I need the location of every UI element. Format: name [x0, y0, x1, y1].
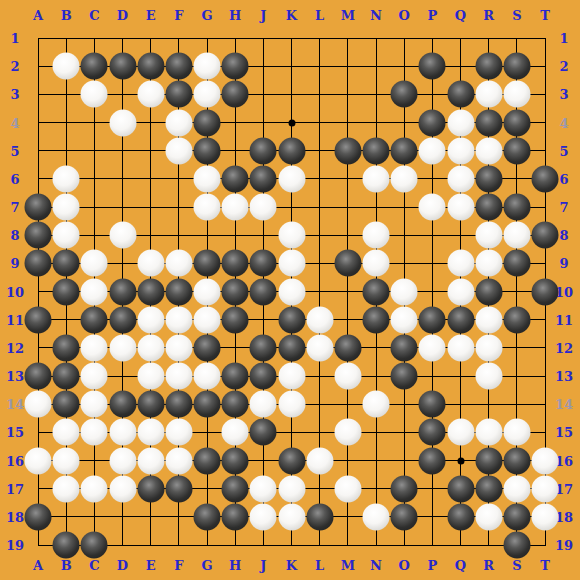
stone-black-F17[interactable] [165, 475, 192, 502]
intersection-F19[interactable] [171, 537, 187, 553]
intersection-Q16[interactable] [453, 453, 469, 469]
intersection-C1[interactable] [86, 30, 102, 46]
stone-black-A9[interactable] [25, 250, 52, 277]
stone-white-E13[interactable] [137, 363, 164, 390]
stone-black-S2[interactable] [503, 53, 530, 80]
stone-black-R6[interactable] [475, 165, 502, 192]
intersection-T9[interactable] [537, 255, 553, 271]
stone-white-S3[interactable] [503, 81, 530, 108]
intersection-G1[interactable] [199, 30, 215, 46]
stone-white-B7[interactable] [53, 194, 80, 221]
stone-white-Q10[interactable] [447, 278, 474, 305]
intersection-C18[interactable] [86, 509, 102, 525]
stone-black-E2[interactable] [137, 53, 164, 80]
intersection-M7[interactable] [340, 199, 356, 215]
intersection-T14[interactable] [537, 396, 553, 412]
stone-white-B2[interactable] [53, 53, 80, 80]
stone-white-M17[interactable] [334, 475, 361, 502]
intersection-L15[interactable] [312, 424, 328, 440]
stone-black-R2[interactable] [475, 53, 502, 80]
intersection-N13[interactable] [368, 368, 384, 384]
intersection-T15[interactable] [537, 424, 553, 440]
intersection-J2[interactable] [255, 58, 271, 74]
intersection-O9[interactable] [396, 255, 412, 271]
stone-black-S5[interactable] [503, 137, 530, 164]
stone-white-A16[interactable] [25, 447, 52, 474]
stone-white-H7[interactable] [222, 194, 249, 221]
stone-white-K9[interactable] [278, 250, 305, 277]
stone-white-B6[interactable] [53, 165, 80, 192]
intersection-C16[interactable] [86, 453, 102, 469]
intersection-T7[interactable] [537, 199, 553, 215]
stone-black-Q11[interactable] [447, 306, 474, 333]
intersection-C5[interactable] [86, 143, 102, 159]
intersection-H5[interactable] [227, 143, 243, 159]
intersection-T12[interactable] [537, 340, 553, 356]
stone-black-J9[interactable] [250, 250, 277, 277]
intersection-P19[interactable] [424, 537, 440, 553]
intersection-L2[interactable] [312, 58, 328, 74]
stone-black-E14[interactable] [137, 391, 164, 418]
stone-white-P12[interactable] [419, 334, 446, 361]
stone-black-P11[interactable] [419, 306, 446, 333]
stone-black-S4[interactable] [503, 109, 530, 136]
stone-black-F10[interactable] [165, 278, 192, 305]
stone-black-H9[interactable] [222, 250, 249, 277]
stone-white-E16[interactable] [137, 447, 164, 474]
stone-black-A7[interactable] [25, 194, 52, 221]
stone-white-D8[interactable] [109, 222, 136, 249]
intersection-T3[interactable] [537, 86, 553, 102]
intersection-D7[interactable] [115, 199, 131, 215]
stone-white-B16[interactable] [53, 447, 80, 474]
intersection-J11[interactable] [255, 312, 271, 328]
stone-black-G18[interactable] [194, 503, 221, 530]
intersection-S1[interactable] [509, 30, 525, 46]
intersection-O7[interactable] [396, 199, 412, 215]
stone-black-O13[interactable] [391, 363, 418, 390]
stone-black-R7[interactable] [475, 194, 502, 221]
stone-black-S18[interactable] [503, 503, 530, 530]
stone-black-J12[interactable] [250, 334, 277, 361]
intersection-C6[interactable] [86, 171, 102, 187]
stone-white-Q15[interactable] [447, 419, 474, 446]
stone-black-A13[interactable] [25, 363, 52, 390]
intersection-P3[interactable] [424, 86, 440, 102]
intersection-A2[interactable] [30, 58, 46, 74]
stone-white-R15[interactable] [475, 419, 502, 446]
intersection-N12[interactable] [368, 340, 384, 356]
intersection-N16[interactable] [368, 453, 384, 469]
stone-black-R10[interactable] [475, 278, 502, 305]
intersection-E8[interactable] [143, 227, 159, 243]
intersection-M6[interactable] [340, 171, 356, 187]
intersection-C8[interactable] [86, 227, 102, 243]
stone-black-O3[interactable] [391, 81, 418, 108]
intersection-K1[interactable] [284, 30, 300, 46]
stone-black-F2[interactable] [165, 53, 192, 80]
stone-white-T17[interactable] [532, 475, 559, 502]
stone-black-G5[interactable] [194, 137, 221, 164]
intersection-P13[interactable] [424, 368, 440, 384]
stone-black-G4[interactable] [194, 109, 221, 136]
intersection-K3[interactable] [284, 86, 300, 102]
stone-black-J15[interactable] [250, 419, 277, 446]
intersection-D19[interactable] [115, 537, 131, 553]
intersection-O1[interactable] [396, 30, 412, 46]
stone-black-P14[interactable] [419, 391, 446, 418]
stone-black-P15[interactable] [419, 419, 446, 446]
stone-white-C12[interactable] [81, 334, 108, 361]
stone-white-F13[interactable] [165, 363, 192, 390]
stone-black-H10[interactable] [222, 278, 249, 305]
stone-black-F3[interactable] [165, 81, 192, 108]
stone-white-G11[interactable] [194, 306, 221, 333]
intersection-N19[interactable] [368, 537, 384, 553]
stone-black-F14[interactable] [165, 391, 192, 418]
intersection-P6[interactable] [424, 171, 440, 187]
stone-white-D17[interactable] [109, 475, 136, 502]
stone-black-Q18[interactable] [447, 503, 474, 530]
stone-white-R13[interactable] [475, 363, 502, 390]
stone-black-C11[interactable] [81, 306, 108, 333]
stone-black-B14[interactable] [53, 391, 80, 418]
intersection-A15[interactable] [30, 424, 46, 440]
intersection-D5[interactable] [115, 143, 131, 159]
stone-black-H11[interactable] [222, 306, 249, 333]
stone-black-S16[interactable] [503, 447, 530, 474]
stone-white-F16[interactable] [165, 447, 192, 474]
stone-black-T8[interactable] [532, 222, 559, 249]
intersection-J3[interactable] [255, 86, 271, 102]
intersection-M4[interactable] [340, 115, 356, 131]
stone-white-J14[interactable] [250, 391, 277, 418]
intersection-D9[interactable] [115, 255, 131, 271]
intersection-N17[interactable] [368, 481, 384, 497]
stone-white-R18[interactable] [475, 503, 502, 530]
intersection-N1[interactable] [368, 30, 384, 46]
intersection-N2[interactable] [368, 58, 384, 74]
intersection-K15[interactable] [284, 424, 300, 440]
stone-white-F15[interactable] [165, 419, 192, 446]
stone-black-G14[interactable] [194, 391, 221, 418]
stone-black-O5[interactable] [391, 137, 418, 164]
intersection-G19[interactable] [199, 537, 215, 553]
intersection-D13[interactable] [115, 368, 131, 384]
stone-white-E3[interactable] [137, 81, 164, 108]
stone-white-T18[interactable] [532, 503, 559, 530]
intersection-A6[interactable] [30, 171, 46, 187]
stone-white-S15[interactable] [503, 419, 530, 446]
stone-black-N10[interactable] [363, 278, 390, 305]
stone-black-P16[interactable] [419, 447, 446, 474]
intersection-M14[interactable] [340, 396, 356, 412]
intersection-A5[interactable] [30, 143, 46, 159]
intersection-L10[interactable] [312, 284, 328, 300]
stone-black-K16[interactable] [278, 447, 305, 474]
stone-white-R5[interactable] [475, 137, 502, 164]
intersection-P18[interactable] [424, 509, 440, 525]
intersection-F8[interactable] [171, 227, 187, 243]
stone-black-D10[interactable] [109, 278, 136, 305]
intersection-N4[interactable] [368, 115, 384, 131]
intersection-E19[interactable] [143, 537, 159, 553]
stone-white-N6[interactable] [363, 165, 390, 192]
stone-white-L11[interactable] [306, 306, 333, 333]
stone-white-K10[interactable] [278, 278, 305, 305]
intersection-L9[interactable] [312, 255, 328, 271]
intersection-D1[interactable] [115, 30, 131, 46]
stone-black-H13[interactable] [222, 363, 249, 390]
intersection-D18[interactable] [115, 509, 131, 525]
intersection-A4[interactable] [30, 115, 46, 131]
stone-black-N11[interactable] [363, 306, 390, 333]
stone-white-R12[interactable] [475, 334, 502, 361]
stone-black-L18[interactable] [306, 503, 333, 530]
intersection-E6[interactable] [143, 171, 159, 187]
intersection-H8[interactable] [227, 227, 243, 243]
intersection-Q8[interactable] [453, 227, 469, 243]
stone-white-M13[interactable] [334, 363, 361, 390]
stone-black-H16[interactable] [222, 447, 249, 474]
intersection-O16[interactable] [396, 453, 412, 469]
stone-white-C17[interactable] [81, 475, 108, 502]
intersection-M3[interactable] [340, 86, 356, 102]
stone-white-O10[interactable] [391, 278, 418, 305]
stone-black-A18[interactable] [25, 503, 52, 530]
stone-white-O11[interactable] [391, 306, 418, 333]
stone-black-D14[interactable] [109, 391, 136, 418]
stone-white-F4[interactable] [165, 109, 192, 136]
stone-black-T10[interactable] [532, 278, 559, 305]
intersection-L17[interactable] [312, 481, 328, 497]
intersection-P9[interactable] [424, 255, 440, 271]
intersection-D3[interactable] [115, 86, 131, 102]
stone-black-B19[interactable] [53, 532, 80, 559]
stone-black-C2[interactable] [81, 53, 108, 80]
intersection-T4[interactable] [537, 115, 553, 131]
stone-black-J10[interactable] [250, 278, 277, 305]
stone-black-B10[interactable] [53, 278, 80, 305]
stone-black-S7[interactable] [503, 194, 530, 221]
intersection-B4[interactable] [58, 115, 74, 131]
intersection-L6[interactable] [312, 171, 328, 187]
stone-white-C9[interactable] [81, 250, 108, 277]
stone-black-P4[interactable] [419, 109, 446, 136]
intersection-M1[interactable] [340, 30, 356, 46]
stone-white-C10[interactable] [81, 278, 108, 305]
stone-black-D2[interactable] [109, 53, 136, 80]
intersection-G15[interactable] [199, 424, 215, 440]
stone-white-P7[interactable] [419, 194, 446, 221]
stone-black-R16[interactable] [475, 447, 502, 474]
stone-white-D4[interactable] [109, 109, 136, 136]
intersection-M2[interactable] [340, 58, 356, 74]
stone-white-F9[interactable] [165, 250, 192, 277]
intersection-F6[interactable] [171, 171, 187, 187]
intersection-C7[interactable] [86, 199, 102, 215]
stone-black-A11[interactable] [25, 306, 52, 333]
stone-white-G10[interactable] [194, 278, 221, 305]
intersection-J19[interactable] [255, 537, 271, 553]
intersection-H1[interactable] [227, 30, 243, 46]
intersection-Q1[interactable] [453, 30, 469, 46]
intersection-R1[interactable] [481, 30, 497, 46]
intersection-L14[interactable] [312, 396, 328, 412]
intersection-J1[interactable] [255, 30, 271, 46]
intersection-R19[interactable] [481, 537, 497, 553]
intersection-R14[interactable] [481, 396, 497, 412]
stone-white-A14[interactable] [25, 391, 52, 418]
stone-white-R3[interactable] [475, 81, 502, 108]
stone-black-M9[interactable] [334, 250, 361, 277]
stone-black-G9[interactable] [194, 250, 221, 277]
stone-white-S17[interactable] [503, 475, 530, 502]
stone-white-J18[interactable] [250, 503, 277, 530]
intersection-E4[interactable] [143, 115, 159, 131]
stone-black-H2[interactable] [222, 53, 249, 80]
stone-white-F11[interactable] [165, 306, 192, 333]
intersection-S10[interactable] [509, 284, 525, 300]
intersection-T1[interactable] [537, 30, 553, 46]
stone-white-B17[interactable] [53, 475, 80, 502]
stone-black-P2[interactable] [419, 53, 446, 80]
stone-white-B8[interactable] [53, 222, 80, 249]
stone-black-T6[interactable] [532, 165, 559, 192]
intersection-O2[interactable] [396, 58, 412, 74]
stone-black-C19[interactable] [81, 532, 108, 559]
stone-white-E12[interactable] [137, 334, 164, 361]
stone-white-K14[interactable] [278, 391, 305, 418]
stone-white-H15[interactable] [222, 419, 249, 446]
stone-black-H3[interactable] [222, 81, 249, 108]
intersection-L5[interactable] [312, 143, 328, 159]
intersection-N3[interactable] [368, 86, 384, 102]
intersection-M10[interactable] [340, 284, 356, 300]
stone-black-G16[interactable] [194, 447, 221, 474]
stone-white-N9[interactable] [363, 250, 390, 277]
stone-white-J7[interactable] [250, 194, 277, 221]
stone-black-M12[interactable] [334, 334, 361, 361]
intersection-S13[interactable] [509, 368, 525, 384]
stone-white-T16[interactable] [532, 447, 559, 474]
intersection-K2[interactable] [284, 58, 300, 74]
stone-white-Q12[interactable] [447, 334, 474, 361]
stone-white-Q5[interactable] [447, 137, 474, 164]
intersection-E1[interactable] [143, 30, 159, 46]
stone-white-P5[interactable] [419, 137, 446, 164]
intersection-J8[interactable] [255, 227, 271, 243]
stone-white-J17[interactable] [250, 475, 277, 502]
intersection-O4[interactable] [396, 115, 412, 131]
intersection-N7[interactable] [368, 199, 384, 215]
intersection-O15[interactable] [396, 424, 412, 440]
stone-black-O18[interactable] [391, 503, 418, 530]
intersection-L19[interactable] [312, 537, 328, 553]
intersection-T13[interactable] [537, 368, 553, 384]
stone-white-D15[interactable] [109, 419, 136, 446]
stone-black-S11[interactable] [503, 306, 530, 333]
stone-white-N14[interactable] [363, 391, 390, 418]
stone-black-H14[interactable] [222, 391, 249, 418]
intersection-P8[interactable] [424, 227, 440, 243]
stone-white-Q9[interactable] [447, 250, 474, 277]
intersection-J4[interactable] [255, 115, 271, 131]
intersection-S12[interactable] [509, 340, 525, 356]
stone-white-C15[interactable] [81, 419, 108, 446]
intersection-G8[interactable] [199, 227, 215, 243]
intersection-T11[interactable] [537, 312, 553, 328]
stone-white-K8[interactable] [278, 222, 305, 249]
intersection-P1[interactable] [424, 30, 440, 46]
intersection-K19[interactable] [284, 537, 300, 553]
stone-white-K13[interactable] [278, 363, 305, 390]
intersection-B3[interactable] [58, 86, 74, 102]
stone-black-O17[interactable] [391, 475, 418, 502]
stone-black-J5[interactable] [250, 137, 277, 164]
intersection-B11[interactable] [58, 312, 74, 328]
intersection-B18[interactable] [58, 509, 74, 525]
stone-black-Q3[interactable] [447, 81, 474, 108]
intersection-H4[interactable] [227, 115, 243, 131]
stone-white-F12[interactable] [165, 334, 192, 361]
stone-white-M15[interactable] [334, 419, 361, 446]
stone-white-E9[interactable] [137, 250, 164, 277]
stone-white-E11[interactable] [137, 306, 164, 333]
intersection-F1[interactable] [171, 30, 187, 46]
stone-white-Q6[interactable] [447, 165, 474, 192]
stone-white-D16[interactable] [109, 447, 136, 474]
intersection-A10[interactable] [30, 284, 46, 300]
intersection-K7[interactable] [284, 199, 300, 215]
stone-black-N5[interactable] [363, 137, 390, 164]
stone-black-K11[interactable] [278, 306, 305, 333]
intersection-N15[interactable] [368, 424, 384, 440]
intersection-K4[interactable] [284, 115, 300, 131]
intersection-H12[interactable] [227, 340, 243, 356]
intersection-C4[interactable] [86, 115, 102, 131]
stone-black-A8[interactable] [25, 222, 52, 249]
stone-black-Q17[interactable] [447, 475, 474, 502]
stone-white-K18[interactable] [278, 503, 305, 530]
stone-black-K5[interactable] [278, 137, 305, 164]
stone-white-Q7[interactable] [447, 194, 474, 221]
intersection-Q2[interactable] [453, 58, 469, 74]
stone-black-O12[interactable] [391, 334, 418, 361]
stone-white-B15[interactable] [53, 419, 80, 446]
intersection-S6[interactable] [509, 171, 525, 187]
stone-white-G6[interactable] [194, 165, 221, 192]
intersection-E18[interactable] [143, 509, 159, 525]
stone-black-H17[interactable] [222, 475, 249, 502]
intersection-P10[interactable] [424, 284, 440, 300]
stone-white-N18[interactable] [363, 503, 390, 530]
stone-black-E17[interactable] [137, 475, 164, 502]
intersection-J16[interactable] [255, 453, 271, 469]
stone-black-E10[interactable] [137, 278, 164, 305]
intersection-O14[interactable] [396, 396, 412, 412]
stone-white-G7[interactable] [194, 194, 221, 221]
intersection-E7[interactable] [143, 199, 159, 215]
stone-black-B13[interactable] [53, 363, 80, 390]
stone-white-N8[interactable] [363, 222, 390, 249]
intersection-T19[interactable] [537, 537, 553, 553]
stone-black-S9[interactable] [503, 250, 530, 277]
intersection-A12[interactable] [30, 340, 46, 356]
stone-white-G3[interactable] [194, 81, 221, 108]
stone-white-K17[interactable] [278, 475, 305, 502]
stone-white-K6[interactable] [278, 165, 305, 192]
